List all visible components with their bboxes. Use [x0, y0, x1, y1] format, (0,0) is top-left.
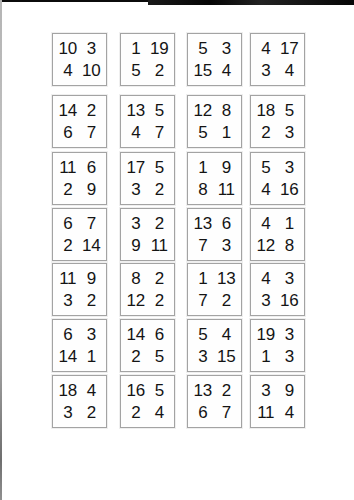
card-number-top-right: 1	[285, 215, 294, 232]
card-number-bottom-left: 3	[198, 348, 207, 365]
puzzle-card: 13 5 4 7	[120, 95, 175, 148]
puzzle-card: 14 6 2 5	[120, 319, 175, 372]
puzzle-card: 1 19 5 2	[120, 33, 175, 86]
puzzle-card: 3 2 9 11	[120, 208, 175, 261]
card-number-top-left: 3	[261, 382, 270, 399]
card-number-bottom-left: 7	[198, 292, 207, 309]
puzzle-card: 11 6 2 9	[52, 152, 107, 205]
card-number-bottom-left: 5	[198, 124, 207, 141]
card-number-top-left: 18	[257, 102, 275, 119]
card-number-top-left: 3	[131, 215, 140, 232]
card-number-top-right: 7	[87, 215, 96, 232]
puzzle-card: 14 2 6 7	[52, 95, 107, 148]
card-number-bottom-right: 15	[217, 348, 235, 365]
card-number-top-left: 1	[198, 270, 207, 287]
card-number-top-right: 2	[155, 270, 164, 287]
card-number-top-right: 3	[285, 270, 294, 287]
puzzle-card: 4 3 3 16	[250, 263, 305, 316]
puzzle-card: 6 3 14 1	[52, 319, 107, 372]
card-number-bottom-left: 14	[59, 348, 77, 365]
card-number-bottom-left: 6	[63, 124, 72, 141]
card-number-bottom-left: 2	[261, 124, 270, 141]
puzzle-card: 10 3 4 10	[52, 33, 107, 86]
card-number-top-right: 9	[222, 159, 231, 176]
card-number-top-right: 2	[222, 382, 231, 399]
scan-edge-top-right	[148, 0, 354, 5]
card-number-top-right: 3	[285, 159, 294, 176]
card-number-top-right: 19	[150, 40, 168, 57]
card-number-top-right: 8	[222, 102, 231, 119]
card-number-top-left: 17	[127, 159, 145, 176]
puzzle-card: 5 4 3 15	[187, 319, 242, 372]
puzzle-card: 4 17 3 4	[250, 33, 305, 86]
card-number-top-left: 12	[194, 102, 212, 119]
card-number-top-right: 6	[87, 159, 96, 176]
card-number-top-right: 6	[155, 326, 164, 343]
card-number-bottom-left: 3	[261, 62, 270, 79]
card-number-top-left: 14	[127, 326, 145, 343]
puzzle-card: 1 9 8 11	[187, 152, 242, 205]
card-number-bottom-left: 3	[63, 404, 72, 421]
card-number-top-left: 18	[59, 382, 77, 399]
card-number-top-left: 10	[59, 40, 77, 57]
card-number-bottom-right: 1	[222, 124, 231, 141]
puzzle-card: 4 1 12 8	[250, 208, 305, 261]
card-number-bottom-right: 8	[285, 237, 294, 254]
card-number-top-left: 4	[261, 270, 270, 287]
card-number-top-right: 5	[155, 159, 164, 176]
puzzle-card: 13 6 7 3	[187, 208, 242, 261]
card-number-bottom-right: 10	[82, 62, 100, 79]
card-number-bottom-left: 2	[63, 237, 72, 254]
card-number-top-left: 8	[131, 270, 140, 287]
card-number-bottom-right: 9	[87, 181, 96, 198]
card-number-bottom-right: 11	[151, 237, 168, 254]
card-number-top-right: 3	[222, 40, 231, 57]
puzzle-card: 13 2 6 7	[187, 375, 242, 428]
card-number-bottom-left: 2	[131, 348, 140, 365]
puzzle-card: 11 9 3 2	[52, 263, 107, 316]
card-number-bottom-right: 4	[285, 404, 294, 421]
puzzle-card: 17 5 3 2	[120, 152, 175, 205]
card-row: 6 7 2 14 3 2 9 11 13 6 7 3 4 1 12 8	[52, 208, 305, 261]
card-number-bottom-right: 2	[222, 292, 231, 309]
card-number-bottom-left: 7	[198, 237, 207, 254]
card-number-top-left: 11	[59, 159, 76, 176]
card-number-bottom-right: 7	[155, 124, 164, 141]
card-row: 10 3 4 10 1 19 5 2 5 3 15 4 4 17 3 4	[52, 33, 305, 86]
card-number-top-left: 13	[194, 382, 212, 399]
card-number-top-left: 1	[198, 159, 207, 176]
card-number-bottom-left: 4	[63, 62, 72, 79]
card-number-top-left: 6	[63, 326, 72, 343]
card-number-bottom-right: 4	[155, 404, 164, 421]
card-number-top-left: 13	[127, 102, 145, 119]
card-number-bottom-right: 2	[155, 292, 164, 309]
card-number-top-left: 5	[261, 159, 270, 176]
puzzle-card: 18 4 3 2	[52, 375, 107, 428]
card-row: 11 9 3 2 8 2 12 2 1 13 7 2 4 3 3 16	[52, 263, 305, 316]
card-number-top-right: 6	[222, 215, 231, 232]
puzzle-card: 5 3 4 16	[250, 152, 305, 205]
card-number-bottom-left: 2	[131, 404, 140, 421]
card-number-top-left: 16	[127, 382, 145, 399]
card-number-bottom-left: 6	[198, 404, 207, 421]
card-number-top-right: 5	[155, 102, 164, 119]
card-number-top-right: 5	[155, 382, 164, 399]
card-number-top-left: 4	[261, 215, 270, 232]
card-number-bottom-left: 1	[261, 348, 270, 365]
card-number-bottom-right: 4	[285, 62, 294, 79]
card-number-top-right: 3	[87, 40, 96, 57]
scan-edge-left	[0, 0, 2, 500]
card-number-bottom-left: 3	[261, 292, 270, 309]
puzzle-card: 5 3 15 4	[187, 33, 242, 86]
card-number-top-right: 17	[280, 40, 298, 57]
card-number-top-left: 11	[59, 270, 76, 287]
card-row: 14 2 6 7 13 5 4 7 12 8 5 1 18 5 2 3	[52, 95, 305, 148]
card-number-bottom-right: 3	[285, 348, 294, 365]
card-number-bottom-right: 2	[87, 292, 96, 309]
card-number-bottom-left: 3	[63, 292, 72, 309]
puzzle-card: 19 3 1 3	[250, 319, 305, 372]
puzzle-card: 16 5 2 4	[120, 375, 175, 428]
card-number-bottom-left: 5	[131, 62, 140, 79]
card-number-bottom-left: 11	[257, 404, 274, 421]
puzzle-card: 12 8 5 1	[187, 95, 242, 148]
card-number-top-right: 4	[222, 326, 231, 343]
card-number-top-left: 19	[257, 326, 275, 343]
card-number-top-right: 3	[87, 326, 96, 343]
card-number-top-left: 5	[198, 40, 207, 57]
worksheet-page: 10 3 4 10 1 19 5 2 5 3 15 4 4 17 3 4 14 …	[0, 0, 354, 500]
card-number-bottom-left: 2	[63, 181, 72, 198]
card-number-top-left: 13	[194, 215, 212, 232]
card-number-top-right: 9	[87, 270, 96, 287]
card-number-top-left: 6	[63, 215, 72, 232]
card-number-bottom-right: 16	[280, 292, 298, 309]
card-number-bottom-left: 8	[198, 181, 207, 198]
card-number-bottom-right: 3	[222, 237, 231, 254]
card-number-bottom-right: 3	[285, 124, 294, 141]
card-number-bottom-right: 11	[218, 181, 235, 198]
puzzle-card: 18 5 2 3	[250, 95, 305, 148]
card-number-top-right: 2	[155, 215, 164, 232]
card-number-bottom-left: 4	[261, 181, 270, 198]
card-row: 6 3 14 1 14 6 2 5 5 4 3 15 19 3 1 3	[52, 319, 305, 372]
puzzle-card: 3 9 11 4	[250, 375, 305, 428]
card-number-bottom-left: 9	[131, 237, 140, 254]
card-number-bottom-right: 2	[155, 62, 164, 79]
card-number-top-right: 3	[285, 326, 294, 343]
cards-grid: 10 3 4 10 1 19 5 2 5 3 15 4 4 17 3 4 14 …	[52, 33, 305, 428]
card-number-bottom-right: 2	[155, 181, 164, 198]
card-number-bottom-left: 3	[131, 181, 140, 198]
card-number-top-left: 5	[198, 326, 207, 343]
puzzle-card: 8 2 12 2	[120, 263, 175, 316]
card-number-top-left: 14	[59, 102, 77, 119]
card-number-bottom-right: 14	[82, 237, 100, 254]
card-number-bottom-left: 12	[257, 237, 275, 254]
card-number-bottom-right: 4	[222, 62, 231, 79]
card-number-top-left: 4	[261, 40, 270, 57]
card-number-bottom-left: 12	[127, 292, 145, 309]
card-number-bottom-right: 7	[222, 404, 231, 421]
card-number-bottom-right: 2	[87, 404, 96, 421]
card-number-top-right: 5	[285, 102, 294, 119]
card-number-bottom-right: 5	[155, 348, 164, 365]
card-number-bottom-left: 4	[131, 124, 140, 141]
card-number-top-right: 4	[87, 382, 96, 399]
puzzle-card: 1 13 7 2	[187, 263, 242, 316]
card-row: 11 6 2 9 17 5 3 2 1 9 8 11 5 3 4 16	[52, 152, 305, 205]
puzzle-card: 6 7 2 14	[52, 208, 107, 261]
card-number-top-right: 2	[87, 102, 96, 119]
card-number-bottom-right: 16	[280, 181, 298, 198]
card-number-bottom-right: 7	[87, 124, 96, 141]
card-number-bottom-right: 1	[87, 348, 96, 365]
card-number-top-left: 1	[131, 40, 140, 57]
card-row: 18 4 3 2 16 5 2 4 13 2 6 7 3 9 11 4	[52, 375, 305, 428]
card-number-top-right: 13	[217, 270, 235, 287]
card-number-top-right: 9	[285, 382, 294, 399]
card-number-bottom-left: 15	[194, 62, 212, 79]
